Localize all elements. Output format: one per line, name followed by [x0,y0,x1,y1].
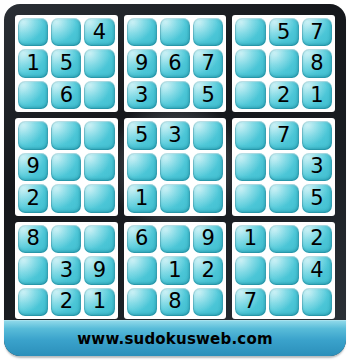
block-3-3: 1247 [232,222,335,319]
cell-r1c6[interactable] [193,18,223,46]
sudoku-board: 415696735578219253173583921691281247 www… [4,4,346,356]
cell-r7c4[interactable]: 6 [127,225,157,253]
cell-r1c2[interactable] [51,18,81,46]
cell-r7c5[interactable] [160,225,190,253]
cell-r5c4[interactable] [127,153,157,181]
sudoku-grid: 415696735578219253173583921691281247 [15,15,335,319]
cell-r3c9[interactable]: 1 [302,81,332,109]
cell-r4c8[interactable]: 7 [269,121,299,149]
cell-r1c1[interactable] [18,18,48,46]
cell-r5c5[interactable] [160,153,190,181]
cell-r8c1[interactable] [18,256,48,284]
cell-r5c6[interactable] [193,153,223,181]
cell-r6c6[interactable] [193,184,223,212]
cell-r9c5[interactable]: 8 [160,288,190,316]
cell-r3c8[interactable]: 2 [269,81,299,109]
cell-r7c3[interactable] [84,225,114,253]
cell-r3c6[interactable]: 5 [193,81,223,109]
cell-r9c1[interactable] [18,288,48,316]
block-1-3: 57821 [232,15,335,112]
cell-r8c7[interactable] [235,256,265,284]
cell-r7c6[interactable]: 9 [193,225,223,253]
cell-r6c8[interactable] [269,184,299,212]
cell-r1c9[interactable]: 7 [302,18,332,46]
cell-r2c8[interactable] [269,49,299,77]
cell-r6c2[interactable] [51,184,81,212]
cell-r8c9[interactable]: 4 [302,256,332,284]
block-1-2: 96735 [124,15,227,112]
cell-r5c7[interactable] [235,153,265,181]
cell-r4c4[interactable]: 5 [127,121,157,149]
cell-r4c2[interactable] [51,121,81,149]
cell-r1c7[interactable] [235,18,265,46]
cell-r3c7[interactable] [235,81,265,109]
cell-r5c2[interactable] [51,153,81,181]
website-url[interactable]: www.sudokusweb.com [77,330,272,348]
cell-r2c7[interactable] [235,49,265,77]
cell-r8c4[interactable] [127,256,157,284]
cell-r3c1[interactable] [18,81,48,109]
cell-r9c8[interactable] [269,288,299,316]
cell-r2c6[interactable]: 7 [193,49,223,77]
cell-r6c4[interactable]: 1 [127,184,157,212]
cell-r8c6[interactable]: 2 [193,256,223,284]
cell-r4c6[interactable] [193,121,223,149]
cell-r4c3[interactable] [84,121,114,149]
cell-r2c2[interactable]: 5 [51,49,81,77]
cell-r4c5[interactable]: 3 [160,121,190,149]
cell-r1c3[interactable]: 4 [84,18,114,46]
cell-r2c3[interactable] [84,49,114,77]
cell-r6c5[interactable] [160,184,190,212]
cell-r5c1[interactable]: 9 [18,153,48,181]
block-2-2: 531 [124,118,227,215]
cell-r6c9[interactable]: 5 [302,184,332,212]
cell-r8c2[interactable]: 3 [51,256,81,284]
cell-r5c8[interactable] [269,153,299,181]
cell-r9c2[interactable]: 2 [51,288,81,316]
cell-r6c1[interactable]: 2 [18,184,48,212]
cell-r5c9[interactable]: 3 [302,153,332,181]
cell-r2c5[interactable]: 6 [160,49,190,77]
cell-r7c7[interactable]: 1 [235,225,265,253]
cell-r3c2[interactable]: 6 [51,81,81,109]
block-2-1: 92 [15,118,118,215]
cell-r2c9[interactable]: 8 [302,49,332,77]
cell-r9c7[interactable]: 7 [235,288,265,316]
cell-r7c8[interactable] [269,225,299,253]
cell-r4c1[interactable] [18,121,48,149]
cell-r3c3[interactable] [84,81,114,109]
cell-r1c8[interactable]: 5 [269,18,299,46]
block-3-1: 83921 [15,222,118,319]
cell-r8c8[interactable] [269,256,299,284]
cell-r5c3[interactable] [84,153,114,181]
cell-r3c4[interactable]: 3 [127,81,157,109]
cell-r6c3[interactable] [84,184,114,212]
cell-r4c7[interactable] [235,121,265,149]
cell-r2c1[interactable]: 1 [18,49,48,77]
cell-r9c3[interactable]: 1 [84,288,114,316]
cell-r3c5[interactable] [160,81,190,109]
cell-r8c3[interactable]: 9 [84,256,114,284]
cell-r9c6[interactable] [193,288,223,316]
cell-r4c9[interactable] [302,121,332,149]
cell-r1c4[interactable] [127,18,157,46]
cell-r2c4[interactable]: 9 [127,49,157,77]
cell-r1c5[interactable] [160,18,190,46]
footer-bar: www.sudokusweb.com [4,320,346,356]
cell-r7c9[interactable]: 2 [302,225,332,253]
block-1-1: 4156 [15,15,118,112]
cell-r9c4[interactable] [127,288,157,316]
cell-r8c5[interactable]: 1 [160,256,190,284]
block-2-3: 735 [232,118,335,215]
block-3-2: 69128 [124,222,227,319]
cell-r7c1[interactable]: 8 [18,225,48,253]
cell-r7c2[interactable] [51,225,81,253]
cell-r6c7[interactable] [235,184,265,212]
cell-r9c9[interactable] [302,288,332,316]
